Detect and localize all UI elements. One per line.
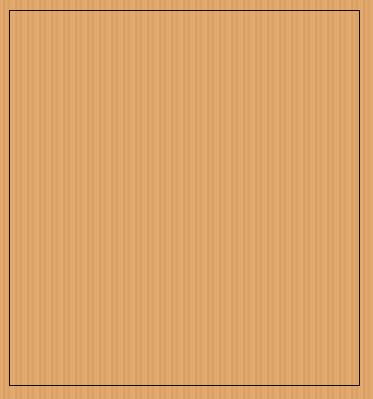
rank-coordinate-labels — [360, 10, 373, 386]
file-coordinate-labels — [9, 0, 360, 10]
shogi-board[interactable] — [9, 10, 360, 386]
shogi-app-window — [0, 0, 373, 399]
